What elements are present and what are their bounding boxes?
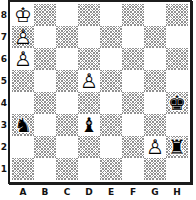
square-g5[interactable] [144, 70, 166, 92]
file-label-e: E [100, 187, 122, 197]
square-b8[interactable] [34, 4, 56, 26]
square-c8[interactable] [56, 4, 78, 26]
rank-label-2: 2 [0, 136, 8, 158]
square-f4[interactable] [122, 92, 144, 114]
square-b4[interactable] [34, 92, 56, 114]
square-a6[interactable]: ♟♙ [12, 48, 34, 70]
square-g7[interactable] [144, 26, 166, 48]
square-c4[interactable] [56, 92, 78, 114]
rank-label-7: 7 [0, 26, 8, 48]
file-label-d: D [78, 187, 100, 197]
square-h7[interactable] [166, 26, 188, 48]
square-c1[interactable] [56, 158, 78, 180]
square-f7[interactable] [122, 26, 144, 48]
square-a1[interactable] [12, 158, 34, 180]
square-e1[interactable] [100, 158, 122, 180]
square-e3[interactable] [100, 114, 122, 136]
square-h1[interactable] [166, 158, 188, 180]
file-label-a: A [12, 187, 34, 197]
square-b2[interactable] [34, 136, 56, 158]
square-e7[interactable] [100, 26, 122, 48]
black-rook[interactable]: ♜ [166, 136, 188, 158]
square-a8[interactable]: ♚♔ [12, 4, 34, 26]
square-d7[interactable] [78, 26, 100, 48]
square-e2[interactable] [100, 136, 122, 158]
square-d6[interactable] [78, 48, 100, 70]
square-b3[interactable] [34, 114, 56, 136]
square-f5[interactable] [122, 70, 144, 92]
square-c7[interactable] [56, 26, 78, 48]
square-g8[interactable] [144, 4, 166, 26]
square-c2[interactable] [56, 136, 78, 158]
square-d8[interactable] [78, 4, 100, 26]
square-g3[interactable] [144, 114, 166, 136]
square-c6[interactable] [56, 48, 78, 70]
square-b6[interactable] [34, 48, 56, 70]
square-a3[interactable]: ♞ [12, 114, 34, 136]
white-pawn[interactable]: ♙ [144, 136, 166, 158]
square-f6[interactable] [122, 48, 144, 70]
square-f3[interactable] [122, 114, 144, 136]
rank-label-6: 6 [0, 48, 8, 70]
square-d3[interactable]: ♝ [78, 114, 100, 136]
square-g4[interactable] [144, 92, 166, 114]
board-frame: ♚♔♟♙♟♙♟♙♚♞♝♟♙♜ [8, 0, 192, 184]
rank-label-1: 1 [0, 158, 8, 180]
square-d1[interactable] [78, 158, 100, 180]
square-h3[interactable] [166, 114, 188, 136]
square-g2[interactable]: ♟♙ [144, 136, 166, 158]
square-h5[interactable] [166, 70, 188, 92]
square-f2[interactable] [122, 136, 144, 158]
square-h6[interactable] [166, 48, 188, 70]
square-e5[interactable] [100, 70, 122, 92]
white-pawn[interactable]: ♙ [78, 70, 100, 92]
square-h4[interactable]: ♚ [166, 92, 188, 114]
black-king[interactable]: ♚ [166, 92, 188, 114]
file-label-f: F [122, 187, 144, 197]
square-f1[interactable] [122, 158, 144, 180]
black-knight[interactable]: ♞ [12, 114, 34, 136]
rank-label-8: 8 [0, 4, 8, 26]
file-label-c: C [56, 187, 78, 197]
square-d2[interactable] [78, 136, 100, 158]
square-a2[interactable] [12, 136, 34, 158]
square-a7[interactable]: ♟♙ [12, 26, 34, 48]
square-g1[interactable] [144, 158, 166, 180]
square-a4[interactable] [12, 92, 34, 114]
file-labels: ABCDEFGH [12, 187, 188, 197]
square-d5[interactable]: ♟♙ [78, 70, 100, 92]
square-c3[interactable] [56, 114, 78, 136]
square-c5[interactable] [56, 70, 78, 92]
file-label-h: H [166, 187, 188, 197]
rank-label-4: 4 [0, 92, 8, 114]
square-b7[interactable] [34, 26, 56, 48]
rank-label-3: 3 [0, 114, 8, 136]
square-b1[interactable] [34, 158, 56, 180]
board-grid: ♚♔♟♙♟♙♟♙♚♞♝♟♙♜ [12, 4, 188, 180]
file-label-b: B [34, 187, 56, 197]
file-label-g: G [144, 187, 166, 197]
chess-board-diagram: 87654321 ♚♔♟♙♟♙♟♙♚♞♝♟♙♜ ABCDEFGH [0, 0, 196, 200]
square-f8[interactable] [122, 4, 144, 26]
white-pawn[interactable]: ♙ [12, 26, 34, 48]
square-h2[interactable]: ♜ [166, 136, 188, 158]
rank-label-5: 5 [0, 70, 8, 92]
square-a5[interactable] [12, 70, 34, 92]
rank-labels: 87654321 [0, 4, 8, 180]
white-pawn[interactable]: ♙ [12, 48, 34, 70]
white-king[interactable]: ♔ [12, 4, 34, 26]
black-bishop[interactable]: ♝ [78, 114, 100, 136]
square-b5[interactable] [34, 70, 56, 92]
square-e4[interactable] [100, 92, 122, 114]
square-e8[interactable] [100, 4, 122, 26]
square-d4[interactable] [78, 92, 100, 114]
square-e6[interactable] [100, 48, 122, 70]
square-h8[interactable] [166, 4, 188, 26]
square-g6[interactable] [144, 48, 166, 70]
